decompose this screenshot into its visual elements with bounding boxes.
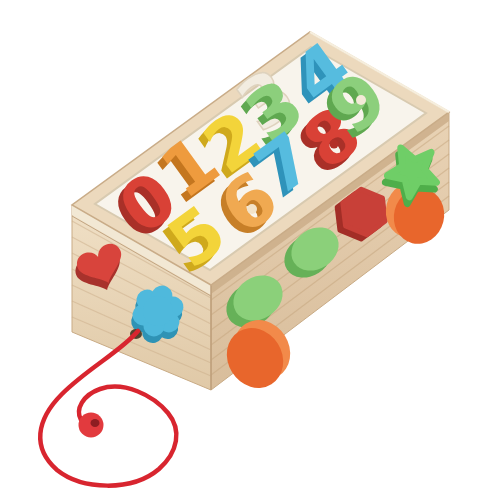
bead-body <box>79 413 104 438</box>
product-photo: 3 0 0 1 1 2 2 3 3 4 4 5 5 <box>0 0 500 500</box>
pull-bead <box>79 413 104 438</box>
peg-hole-6 <box>247 204 257 214</box>
toy-illustration: 3 0 0 1 1 2 2 3 3 4 4 5 5 <box>0 0 500 500</box>
bead-hole <box>91 419 100 427</box>
peg-hole-8 <box>330 140 339 149</box>
peg-hole-9 <box>356 95 366 105</box>
